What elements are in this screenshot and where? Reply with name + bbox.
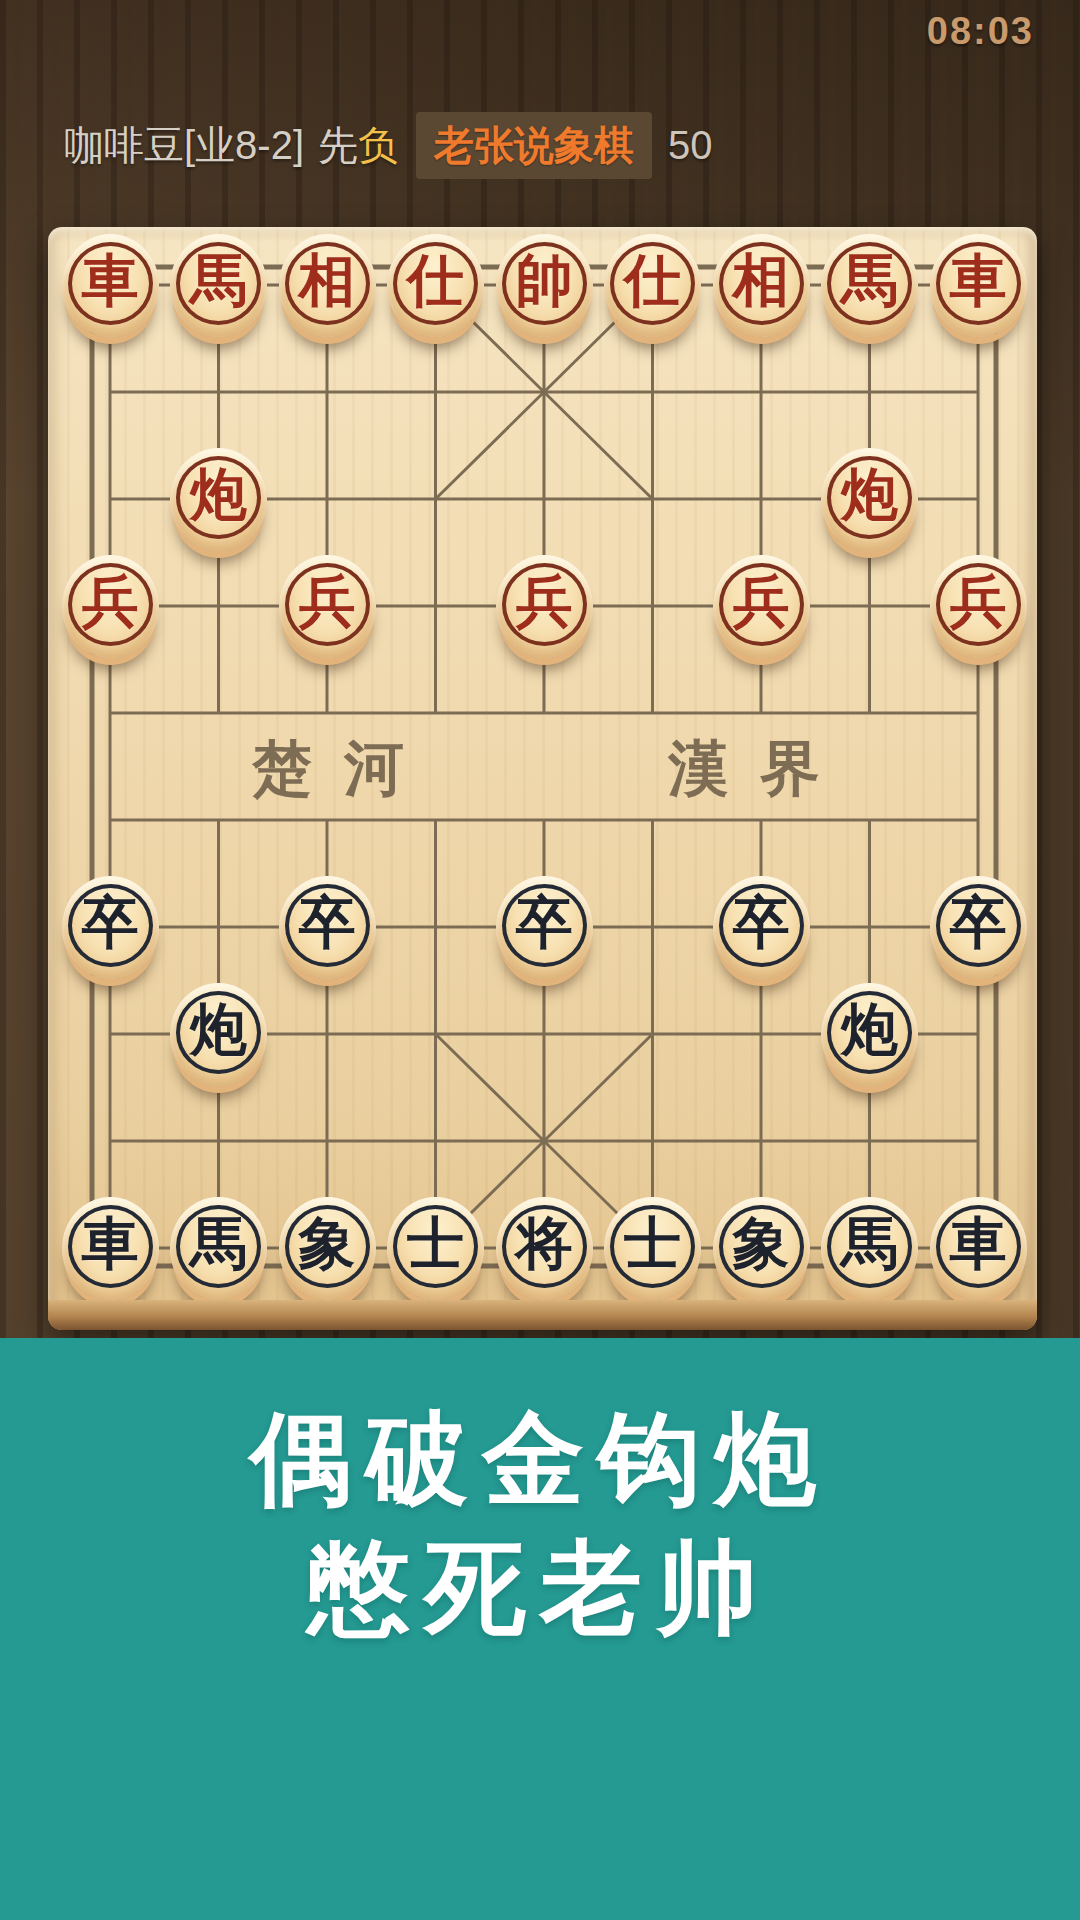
piece-black-cannon[interactable]: 炮: [170, 983, 267, 1086]
piece-glyph: 兵: [279, 555, 376, 650]
piece-glyph: 相: [279, 234, 376, 329]
piece-glyph: 兵: [62, 555, 159, 650]
piece-glyph: 象: [279, 1197, 376, 1292]
piece-red-soldier[interactable]: 兵: [713, 555, 810, 658]
piece-red-horse[interactable]: 馬: [821, 234, 918, 337]
piece-red-chariot[interactable]: 車: [930, 234, 1027, 337]
piece-glyph: 士: [604, 1197, 701, 1292]
piece-black-soldier[interactable]: 卒: [930, 876, 1027, 979]
piece-glyph: 兵: [496, 555, 593, 650]
piece-glyph: 士: [387, 1197, 484, 1292]
piece-red-elephant[interactable]: 相: [713, 234, 810, 337]
piece-glyph: 炮: [821, 983, 918, 1078]
piece-red-soldier[interactable]: 兵: [930, 555, 1027, 658]
piece-red-soldier[interactable]: 兵: [279, 555, 376, 658]
piece-red-elephant[interactable]: 相: [279, 234, 376, 337]
clock-time: 08:03: [927, 10, 1034, 53]
piece-red-chariot[interactable]: 車: [62, 234, 159, 337]
piece-red-advisor[interactable]: 仕: [387, 234, 484, 337]
piece-glyph: 車: [62, 234, 159, 329]
result-prefix: 先: [318, 118, 358, 173]
piece-glyph: 相: [713, 234, 810, 329]
opponent-badge[interactable]: 老张说象棋: [416, 112, 652, 179]
piece-glyph: 将: [496, 1197, 593, 1292]
piece-glyph: 兵: [713, 555, 810, 650]
caption-panel: 偶破金钩炮 憋死老帅: [0, 1338, 1080, 1920]
piece-black-horse[interactable]: 馬: [170, 1197, 267, 1300]
piece-glyph: 卒: [713, 876, 810, 971]
xiangqi-board[interactable]: 楚河 漢界 車馬相仕帥仕相馬車炮炮兵兵兵兵兵卒卒卒卒卒炮炮車馬象士将士象馬車: [48, 227, 1037, 1330]
piece-glyph: 卒: [279, 876, 376, 971]
piece-glyph: 卒: [930, 876, 1027, 971]
piece-red-general[interactable]: 帥: [496, 234, 593, 337]
piece-glyph: 馬: [170, 1197, 267, 1292]
caption-line-1: 偶破金钩炮: [250, 1394, 830, 1523]
piece-black-chariot[interactable]: 車: [930, 1197, 1027, 1300]
piece-red-soldier[interactable]: 兵: [496, 555, 593, 658]
piece-black-elephant[interactable]: 象: [713, 1197, 810, 1300]
piece-black-horse[interactable]: 馬: [821, 1197, 918, 1300]
result-char: 负: [358, 118, 398, 173]
piece-black-elephant[interactable]: 象: [279, 1197, 376, 1300]
piece-glyph: 炮: [170, 983, 267, 1078]
player-name: 咖啡豆[业8-2]: [64, 118, 304, 173]
piece-glyph: 仕: [387, 234, 484, 329]
piece-black-soldier[interactable]: 卒: [279, 876, 376, 979]
piece-black-general[interactable]: 将: [496, 1197, 593, 1300]
piece-glyph: 象: [713, 1197, 810, 1292]
piece-glyph: 卒: [62, 876, 159, 971]
caption-line-2: 憋死老帅: [308, 1523, 772, 1652]
piece-black-chariot[interactable]: 車: [62, 1197, 159, 1300]
piece-glyph: 仕: [604, 234, 701, 329]
piece-glyph: 炮: [170, 448, 267, 543]
piece-black-soldier[interactable]: 卒: [62, 876, 159, 979]
piece-glyph: 馬: [821, 234, 918, 329]
pieces-layer: 車馬相仕帥仕相馬車炮炮兵兵兵兵兵卒卒卒卒卒炮炮車馬象士将士象馬車: [56, 232, 1033, 1302]
piece-black-advisor[interactable]: 士: [387, 1197, 484, 1300]
piece-black-soldier[interactable]: 卒: [713, 876, 810, 979]
piece-glyph: 車: [930, 1197, 1027, 1292]
piece-glyph: 車: [930, 234, 1027, 329]
piece-black-cannon[interactable]: 炮: [821, 983, 918, 1086]
piece-black-soldier[interactable]: 卒: [496, 876, 593, 979]
piece-glyph: 馬: [170, 234, 267, 329]
piece-glyph: 帥: [496, 234, 593, 329]
piece-glyph: 炮: [821, 448, 918, 543]
piece-glyph: 兵: [930, 555, 1027, 650]
piece-red-cannon[interactable]: 炮: [170, 448, 267, 551]
match-header: 咖啡豆[业8-2] 先 负 老张说象棋 50: [64, 112, 1040, 179]
piece-red-cannon[interactable]: 炮: [821, 448, 918, 551]
piece-glyph: 卒: [496, 876, 593, 971]
piece-red-advisor[interactable]: 仕: [604, 234, 701, 337]
piece-glyph: 馬: [821, 1197, 918, 1292]
piece-black-advisor[interactable]: 士: [604, 1197, 701, 1300]
piece-red-soldier[interactable]: 兵: [62, 555, 159, 658]
piece-red-horse[interactable]: 馬: [170, 234, 267, 337]
score-value: 50: [668, 123, 713, 168]
piece-glyph: 車: [62, 1197, 159, 1292]
